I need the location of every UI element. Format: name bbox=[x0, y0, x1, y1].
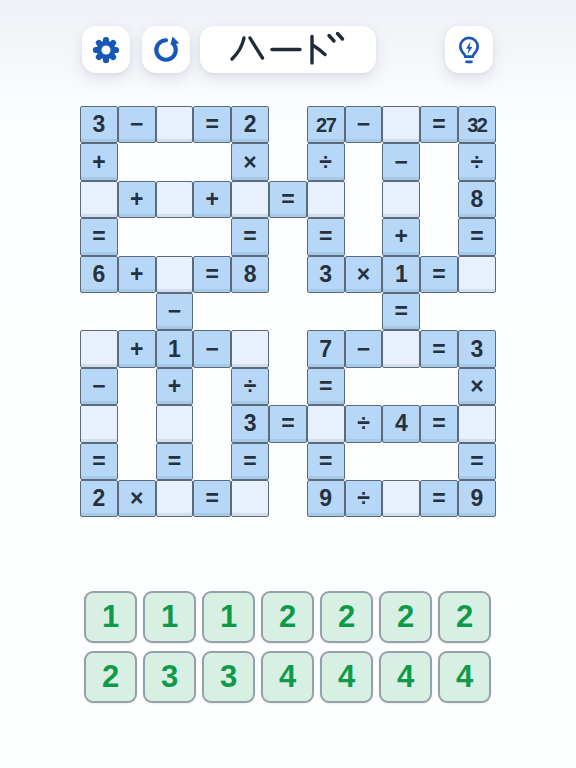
empty-space bbox=[118, 443, 156, 480]
cell-r7c7: 7 bbox=[307, 330, 345, 367]
cell-r7c1[interactable] bbox=[80, 330, 118, 367]
cell-r10c3: = bbox=[156, 443, 194, 480]
empty-space bbox=[420, 293, 458, 330]
empty-space bbox=[80, 293, 118, 330]
cell-r4c9: + bbox=[382, 218, 420, 255]
empty-space bbox=[269, 293, 307, 330]
empty-space bbox=[458, 293, 496, 330]
empty-space bbox=[269, 443, 307, 480]
cell-r5c1: 6 bbox=[80, 256, 118, 293]
cell-r11c4: = bbox=[193, 480, 231, 517]
empty-space bbox=[118, 218, 156, 255]
empty-space bbox=[345, 218, 383, 255]
cell-r3c5[interactable] bbox=[231, 181, 269, 218]
empty-space bbox=[193, 218, 231, 255]
empty-space bbox=[420, 443, 458, 480]
cell-r5c7: 3 bbox=[307, 256, 345, 293]
cell-r9c9: 4 bbox=[382, 405, 420, 442]
cell-r5c10: = bbox=[420, 256, 458, 293]
tile-tray: 11122222334444 bbox=[84, 591, 491, 703]
cell-r10c7: = bbox=[307, 443, 345, 480]
empty-space bbox=[156, 218, 194, 255]
cell-r4c7: = bbox=[307, 218, 345, 255]
empty-space bbox=[193, 143, 231, 180]
cell-r6c3: − bbox=[156, 293, 194, 330]
empty-space bbox=[118, 368, 156, 405]
empty-space bbox=[382, 368, 420, 405]
empty-space bbox=[345, 181, 383, 218]
empty-space bbox=[193, 368, 231, 405]
cell-r5c11[interactable] bbox=[458, 256, 496, 293]
cell-r8c5: ÷ bbox=[231, 368, 269, 405]
cell-r11c9[interactable] bbox=[382, 480, 420, 517]
empty-space bbox=[269, 480, 307, 517]
tile-r1c3[interactable]: 1 bbox=[202, 591, 255, 643]
restart-icon bbox=[150, 34, 182, 66]
cell-r7c10: = bbox=[420, 330, 458, 367]
cell-r1c8: − bbox=[345, 106, 383, 143]
empty-space bbox=[420, 218, 458, 255]
cell-r11c11: 9 bbox=[458, 480, 496, 517]
cell-r2c1: + bbox=[80, 143, 118, 180]
hint-button[interactable] bbox=[445, 26, 493, 73]
cell-r9c7[interactable] bbox=[307, 405, 345, 442]
cell-r9c1[interactable] bbox=[80, 405, 118, 442]
hint-lightbulb-icon bbox=[453, 34, 485, 66]
cell-r3c11: 8 bbox=[458, 181, 496, 218]
tile-r1c7[interactable]: 2 bbox=[438, 591, 491, 643]
cell-r3c3[interactable] bbox=[156, 181, 194, 218]
restart-button[interactable] bbox=[142, 26, 190, 73]
empty-space bbox=[118, 405, 156, 442]
settings-button[interactable] bbox=[82, 26, 130, 73]
cell-r9c6: = bbox=[269, 405, 307, 442]
cell-r3c4: + bbox=[193, 181, 231, 218]
cell-r11c8: ÷ bbox=[345, 480, 383, 517]
difficulty-selector[interactable]: ハード bbox=[200, 26, 376, 73]
cell-r1c4: = bbox=[193, 106, 231, 143]
empty-space bbox=[345, 368, 383, 405]
cell-r4c5: = bbox=[231, 218, 269, 255]
cell-r9c3[interactable] bbox=[156, 405, 194, 442]
cell-r3c6: = bbox=[269, 181, 307, 218]
cell-r1c1: 3 bbox=[80, 106, 118, 143]
gear-icon bbox=[90, 34, 122, 66]
cell-r5c9: 1 bbox=[382, 256, 420, 293]
cell-r9c8: ÷ bbox=[345, 405, 383, 442]
tile-r2c3[interactable]: 3 bbox=[202, 651, 255, 703]
empty-space bbox=[118, 143, 156, 180]
difficulty-label-glyphs bbox=[227, 31, 349, 69]
cell-r7c8: − bbox=[345, 330, 383, 367]
tile-r1c4[interactable]: 2 bbox=[261, 591, 314, 643]
cell-r1c2: − bbox=[118, 106, 156, 143]
empty-space bbox=[307, 293, 345, 330]
cell-r2c7: ÷ bbox=[307, 143, 345, 180]
cell-r11c1: 2 bbox=[80, 480, 118, 517]
empty-space bbox=[345, 443, 383, 480]
empty-space bbox=[420, 143, 458, 180]
cell-r1c3[interactable] bbox=[156, 106, 194, 143]
cell-r3c9[interactable] bbox=[382, 181, 420, 218]
cell-r9c5: 3 bbox=[231, 405, 269, 442]
cell-r10c11: = bbox=[458, 443, 496, 480]
cell-r7c3: 1 bbox=[156, 330, 194, 367]
cell-r5c8: × bbox=[345, 256, 383, 293]
tile-r1c2[interactable]: 1 bbox=[143, 591, 196, 643]
cell-r1c10: = bbox=[420, 106, 458, 143]
empty-space bbox=[420, 368, 458, 405]
empty-space bbox=[382, 443, 420, 480]
tile-r2c6[interactable]: 4 bbox=[379, 651, 432, 703]
cell-r1c9[interactable] bbox=[382, 106, 420, 143]
cell-r11c10: = bbox=[420, 480, 458, 517]
cell-r5c3[interactable] bbox=[156, 256, 194, 293]
cell-r11c2: × bbox=[118, 480, 156, 517]
empty-space bbox=[269, 218, 307, 255]
empty-space bbox=[118, 293, 156, 330]
cell-r1c7: 27 bbox=[307, 106, 345, 143]
cell-r3c1[interactable] bbox=[80, 181, 118, 218]
cell-r1c11: 32 bbox=[458, 106, 496, 143]
tile-r1c1[interactable]: 1 bbox=[84, 591, 137, 643]
empty-space bbox=[269, 330, 307, 367]
tile-r1c6[interactable]: 2 bbox=[379, 591, 432, 643]
cell-r9c11[interactable] bbox=[458, 405, 496, 442]
empty-space bbox=[193, 293, 231, 330]
cell-r9c10: = bbox=[420, 405, 458, 442]
cell-r8c3: + bbox=[156, 368, 194, 405]
cell-r2c11: ÷ bbox=[458, 143, 496, 180]
cell-r8c11: × bbox=[458, 368, 496, 405]
cell-r7c5[interactable] bbox=[231, 330, 269, 367]
tile-r2c7[interactable]: 4 bbox=[438, 651, 491, 703]
empty-space bbox=[193, 443, 231, 480]
cell-r7c9[interactable] bbox=[382, 330, 420, 367]
cell-r11c5[interactable] bbox=[231, 480, 269, 517]
empty-space bbox=[345, 143, 383, 180]
cell-r8c7: = bbox=[307, 368, 345, 405]
cell-r2c5: × bbox=[231, 143, 269, 180]
cell-r4c1: = bbox=[80, 218, 118, 255]
cell-r4c11: = bbox=[458, 218, 496, 255]
cell-r7c4: − bbox=[193, 330, 231, 367]
tile-r2c1[interactable]: 2 bbox=[84, 651, 137, 703]
empty-space bbox=[345, 293, 383, 330]
empty-space bbox=[269, 143, 307, 180]
cell-r1c5: 2 bbox=[231, 106, 269, 143]
tile-r2c2[interactable]: 3 bbox=[143, 651, 196, 703]
empty-space bbox=[269, 368, 307, 405]
tile-r1c5[interactable]: 2 bbox=[320, 591, 373, 643]
empty-space bbox=[269, 256, 307, 293]
cell-r7c11: 3 bbox=[458, 330, 496, 367]
cell-r10c5: = bbox=[231, 443, 269, 480]
cell-r11c3[interactable] bbox=[156, 480, 194, 517]
empty-space bbox=[269, 106, 307, 143]
cell-r7c2: + bbox=[118, 330, 156, 367]
cell-r3c2: + bbox=[118, 181, 156, 218]
cell-r5c5: 8 bbox=[231, 256, 269, 293]
empty-space bbox=[420, 181, 458, 218]
cell-r5c2: + bbox=[118, 256, 156, 293]
empty-space bbox=[231, 293, 269, 330]
cell-r6c9: = bbox=[382, 293, 420, 330]
empty-space bbox=[193, 405, 231, 442]
tile-r2c5[interactable]: 4 bbox=[320, 651, 373, 703]
board: 3−=227−=32+×÷−÷++=8===+=6+=83×1=−=+1−7−=… bbox=[80, 106, 496, 517]
cell-r3c7[interactable] bbox=[307, 181, 345, 218]
empty-space bbox=[156, 143, 194, 180]
cell-r10c1: = bbox=[80, 443, 118, 480]
cell-r5c4: = bbox=[193, 256, 231, 293]
tile-r2c4[interactable]: 4 bbox=[261, 651, 314, 703]
cell-r11c7: 9 bbox=[307, 480, 345, 517]
cell-r8c1: − bbox=[80, 368, 118, 405]
cell-r2c9: − bbox=[382, 143, 420, 180]
